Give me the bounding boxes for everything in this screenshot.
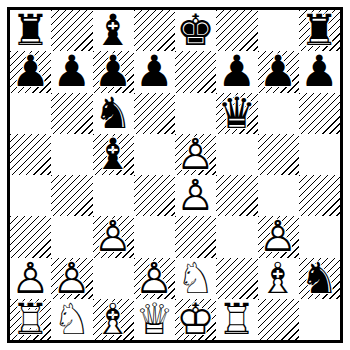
piece-black-king: ♚ (175, 10, 216, 51)
square-g1 (258, 299, 299, 340)
piece-black-knight: ♞ (93, 93, 134, 134)
piece-black-pawn: ♟ (93, 51, 134, 92)
square-f5 (216, 134, 257, 175)
piece-black-pawn: ♟ (51, 51, 92, 92)
piece-black-pawn: ♟ (258, 51, 299, 92)
square-e4: ♟♙ (175, 175, 216, 216)
piece-white-knight: ♘ (51, 299, 92, 340)
piece-white-rook: ♖ (10, 299, 51, 340)
piece-white-bishop: ♗ (93, 299, 134, 340)
square-c2 (93, 258, 134, 299)
square-h1 (299, 299, 340, 340)
piece-black-pawn: ♟ (10, 51, 51, 92)
piece-white-pawn: ♙ (51, 258, 92, 299)
square-e6 (175, 93, 216, 134)
square-e7 (175, 51, 216, 92)
square-f4 (216, 175, 257, 216)
piece-white-pawn: ♙ (10, 258, 51, 299)
square-c7: ♟♟ (93, 51, 134, 92)
square-c8: ♝♝ (93, 10, 134, 51)
square-g6 (258, 93, 299, 134)
square-b7: ♟♟ (51, 51, 92, 92)
piece-white-pawn: ♙ (258, 216, 299, 257)
square-h4 (299, 175, 340, 216)
piece-black-rook: ♜ (10, 10, 51, 51)
square-d5 (134, 134, 175, 175)
square-d8 (134, 10, 175, 51)
square-e5: ♟♙ (175, 134, 216, 175)
square-g5 (258, 134, 299, 175)
square-g7: ♟♟ (258, 51, 299, 92)
square-b4 (51, 175, 92, 216)
chess-diagram-page: ♜♜♝♝♚♚♜♜♟♟♟♟♟♟♟♟♟♟♟♟♟♟♞♞♛♛♝♝♟♙♟♙♟♙♟♙♟♙♟♙… (0, 0, 350, 350)
piece-white-queen: ♕ (134, 299, 175, 340)
piece-black-pawn: ♟ (134, 51, 175, 92)
square-g4 (258, 175, 299, 216)
square-h5 (299, 134, 340, 175)
piece-black-pawn: ♟ (216, 51, 257, 92)
piece-white-bishop: ♗ (258, 258, 299, 299)
square-b2: ♟♙ (51, 258, 92, 299)
piece-white-king: ♔ (175, 299, 216, 340)
square-h2: ♞♞ (299, 258, 340, 299)
piece-white-rook: ♖ (216, 299, 257, 340)
square-h6 (299, 93, 340, 134)
square-a4 (10, 175, 51, 216)
square-g3: ♟♙ (258, 216, 299, 257)
square-c6: ♞♞ (93, 93, 134, 134)
piece-white-knight: ♘ (175, 258, 216, 299)
square-f7: ♟♟ (216, 51, 257, 92)
piece-black-knight: ♞ (299, 258, 340, 299)
square-b1: ♞♘ (51, 299, 92, 340)
square-d6 (134, 93, 175, 134)
piece-white-pawn: ♙ (175, 175, 216, 216)
square-d4 (134, 175, 175, 216)
square-e8: ♚♚ (175, 10, 216, 51)
square-f1: ♜♖ (216, 299, 257, 340)
square-b6 (51, 93, 92, 134)
square-g2: ♝♗ (258, 258, 299, 299)
piece-black-bishop: ♝ (93, 134, 134, 175)
piece-white-pawn: ♙ (175, 134, 216, 175)
square-d1: ♛♕ (134, 299, 175, 340)
chess-board-frame: ♜♜♝♝♚♚♜♜♟♟♟♟♟♟♟♟♟♟♟♟♟♟♞♞♛♛♝♝♟♙♟♙♟♙♟♙♟♙♟♙… (7, 7, 343, 343)
square-h7: ♟♟ (299, 51, 340, 92)
piece-black-bishop: ♝ (93, 10, 134, 51)
square-g8 (258, 10, 299, 51)
square-b8 (51, 10, 92, 51)
piece-black-queen: ♛ (216, 93, 257, 134)
square-a6 (10, 93, 51, 134)
square-f2 (216, 258, 257, 299)
square-h8: ♜♜ (299, 10, 340, 51)
square-e1: ♚♔ (175, 299, 216, 340)
square-c3: ♟♙ (93, 216, 134, 257)
square-c4 (93, 175, 134, 216)
square-a7: ♟♟ (10, 51, 51, 92)
square-c1: ♝♗ (93, 299, 134, 340)
square-d7: ♟♟ (134, 51, 175, 92)
square-b3 (51, 216, 92, 257)
piece-white-pawn: ♙ (134, 258, 175, 299)
square-b5 (51, 134, 92, 175)
square-e3 (175, 216, 216, 257)
square-f3 (216, 216, 257, 257)
square-e2: ♞♘ (175, 258, 216, 299)
square-a8: ♜♜ (10, 10, 51, 51)
piece-black-rook: ♜ (299, 10, 340, 51)
piece-black-pawn: ♟ (299, 51, 340, 92)
square-a1: ♜♖ (10, 299, 51, 340)
piece-white-pawn: ♙ (93, 216, 134, 257)
square-a3 (10, 216, 51, 257)
square-c5: ♝♝ (93, 134, 134, 175)
square-d3 (134, 216, 175, 257)
chess-board: ♜♜♝♝♚♚♜♜♟♟♟♟♟♟♟♟♟♟♟♟♟♟♞♞♛♛♝♝♟♙♟♙♟♙♟♙♟♙♟♙… (10, 10, 340, 340)
square-d2: ♟♙ (134, 258, 175, 299)
square-f6: ♛♛ (216, 93, 257, 134)
square-h3 (299, 216, 340, 257)
square-f8 (216, 10, 257, 51)
square-a2: ♟♙ (10, 258, 51, 299)
square-a5 (10, 134, 51, 175)
